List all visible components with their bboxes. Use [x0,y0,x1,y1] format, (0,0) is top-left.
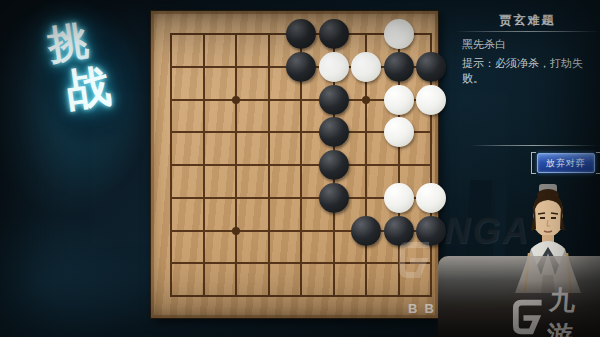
black-stone [286,19,316,49]
black-stone [351,216,381,246]
black-stone [319,85,349,115]
white-stone [416,183,446,213]
white-stone [384,183,414,213]
board-watermark-icon [398,240,432,282]
black-stone [319,117,349,147]
site-logo: 九游 [512,283,600,337]
puzzle-panel: 贾玄难题 [455,12,600,29]
black-stone [416,52,446,82]
ngame-logo-icon [512,298,544,337]
give-up-button[interactable]: 放弃对弈 [537,153,595,173]
challenge-char-2: 战 [63,56,115,121]
black-stone [384,52,414,82]
grid-line [170,164,432,166]
white-stone [319,52,349,82]
game-screen: 挑 战 贾玄难题 黑先杀白 提示：必须净杀，打劫失败。 放弃对弈 NGA [0,0,600,337]
go-board[interactable] [150,10,439,319]
star-point [362,96,370,104]
star-point [232,227,240,235]
site-logo-text: 九游 [546,283,600,337]
puzzle-hint: 提示：必须净杀，打劫失败。 [462,56,600,86]
star-point [232,96,240,104]
white-stone [384,117,414,147]
button-divider [470,145,598,146]
black-stone [319,150,349,180]
puzzle-title: 贾玄难题 [455,12,600,29]
white-stone [384,85,414,115]
black-stone [319,19,349,49]
board-watermark-letters: BB [408,301,441,316]
title-divider [455,31,600,32]
white-stone [351,52,381,82]
black-stone [286,52,316,82]
grid-line [170,295,432,297]
challenge-banner: 挑 战 [21,0,138,142]
puzzle-objective: 黑先杀白 [462,37,506,52]
give-up-button-frame: 放弃对弈 [533,153,599,173]
white-stone [416,85,446,115]
white-stone [384,19,414,49]
black-stone [319,183,349,213]
grid-line [170,262,432,264]
